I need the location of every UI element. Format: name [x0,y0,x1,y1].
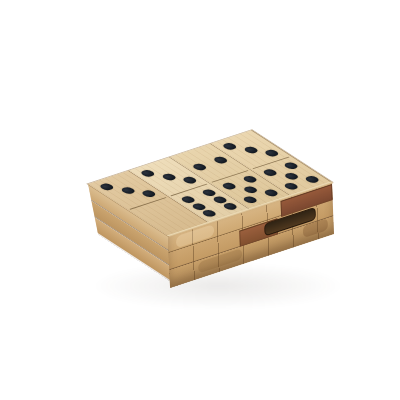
pip [221,142,239,151]
pip [241,185,259,194]
pip [139,169,157,178]
pip [98,183,116,192]
pip [140,189,158,198]
pip [180,176,198,185]
pip [160,172,178,181]
pip [211,156,229,165]
pip [200,209,218,218]
pip [282,182,300,191]
pip [241,195,259,204]
pip [282,162,300,171]
pip [262,188,280,197]
pip [262,149,280,158]
pip [190,162,208,171]
product-photo [0,0,400,400]
pip [242,145,260,154]
pip [282,172,300,181]
pip [303,175,321,184]
pip [261,168,279,177]
pip [220,182,238,191]
pip [221,202,239,211]
pip [241,175,259,184]
pip [119,186,137,195]
